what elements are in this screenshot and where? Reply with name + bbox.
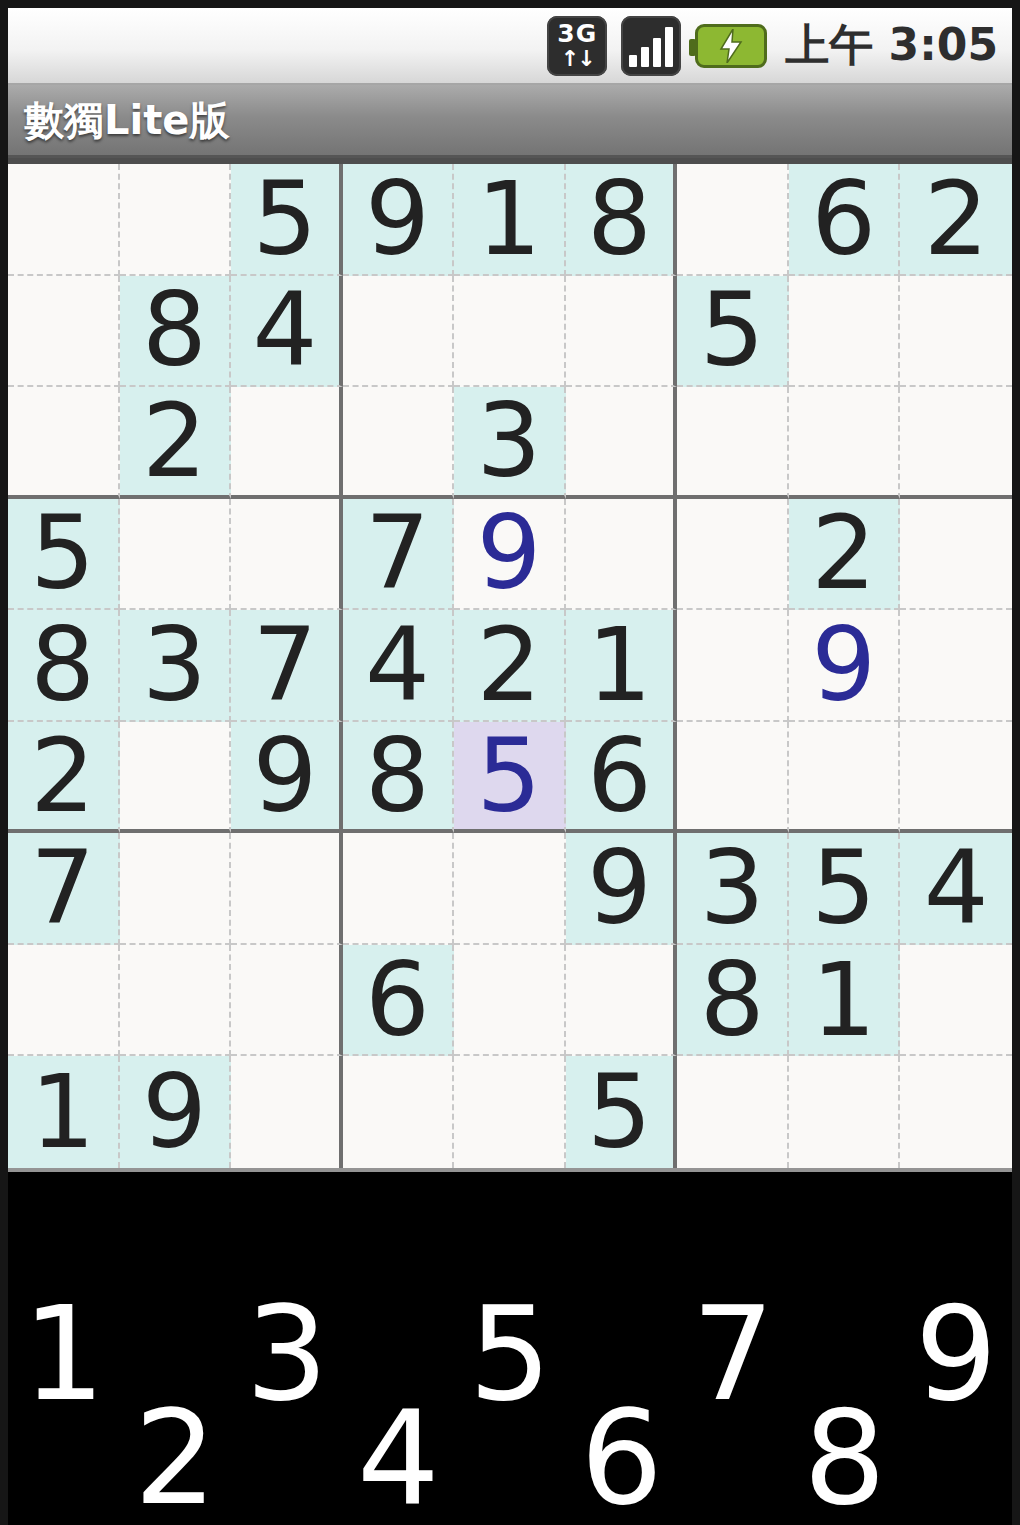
cell-r5c7[interactable] <box>677 610 789 722</box>
cell-r6c8[interactable] <box>789 722 901 834</box>
cell-r1c1[interactable] <box>8 164 120 276</box>
sudoku-board: 59186284523579283742192985679354681195 <box>8 158 1012 1172</box>
cell-r4c2[interactable] <box>120 499 232 611</box>
cell-r7c2[interactable] <box>120 833 232 945</box>
cell-r5c9[interactable] <box>900 610 1012 722</box>
cell-r3c5[interactable]: 3 <box>454 387 566 499</box>
cell-r7c6[interactable]: 9 <box>566 833 678 945</box>
cell-r2c2[interactable]: 8 <box>120 276 232 388</box>
cell-r6c3[interactable]: 9 <box>231 722 343 834</box>
cell-r7c1[interactable]: 7 <box>8 833 120 945</box>
cell-r2c5[interactable] <box>454 276 566 388</box>
cell-r9c9[interactable] <box>900 1056 1012 1168</box>
cell-r5c8[interactable]: 9 <box>789 610 901 722</box>
cell-r5c2[interactable]: 3 <box>120 610 232 722</box>
cell-r1c7[interactable] <box>677 164 789 276</box>
cell-r6c5[interactable]: 5 <box>454 722 566 834</box>
3g-label: 3G <box>557 21 597 46</box>
cell-r3c9[interactable] <box>900 387 1012 499</box>
3g-network-icon: 3G ↑↓ <box>547 16 607 76</box>
battery-charging-icon <box>695 24 767 68</box>
cell-r5c1[interactable]: 8 <box>8 610 120 722</box>
app-title: 數獨Lite版 <box>24 93 229 148</box>
cell-r3c4[interactable] <box>343 387 455 499</box>
cell-r6c2[interactable] <box>120 722 232 834</box>
cell-r4c8[interactable]: 2 <box>789 499 901 611</box>
cell-r4c1[interactable]: 5 <box>8 499 120 611</box>
numpad-row-even: 2468 <box>8 1393 1012 1523</box>
cell-r9c2[interactable]: 9 <box>120 1056 232 1168</box>
number-pad: 13579 2468 <box>8 1172 1012 1525</box>
cell-r4c3[interactable] <box>231 499 343 611</box>
cell-r5c5[interactable]: 2 <box>454 610 566 722</box>
cell-r7c8[interactable]: 5 <box>789 833 901 945</box>
cell-r3c6[interactable] <box>566 387 678 499</box>
cell-r2c6[interactable] <box>566 276 678 388</box>
cell-r9c1[interactable]: 1 <box>8 1056 120 1168</box>
cell-r8c6[interactable] <box>566 945 678 1057</box>
cell-r6c9[interactable] <box>900 722 1012 834</box>
cell-r2c9[interactable] <box>900 276 1012 388</box>
cell-r1c5[interactable]: 1 <box>454 164 566 276</box>
cell-r8c8[interactable]: 1 <box>789 945 901 1057</box>
cell-r4c5[interactable]: 9 <box>454 499 566 611</box>
cell-r4c4[interactable]: 7 <box>343 499 455 611</box>
cell-r9c6[interactable]: 5 <box>566 1056 678 1168</box>
phone-screen: 3G ↑↓ 上午 3:05 數獨Lite版 591862845235792837… <box>0 0 1020 1525</box>
cell-r9c4[interactable] <box>343 1056 455 1168</box>
cell-r8c3[interactable] <box>231 945 343 1057</box>
cell-r2c4[interactable] <box>343 276 455 388</box>
cell-r2c7[interactable]: 5 <box>677 276 789 388</box>
cell-r2c1[interactable] <box>8 276 120 388</box>
charging-bolt-icon <box>719 29 743 63</box>
numpad-6[interactable]: 6 <box>580 1393 663 1523</box>
cell-r4c9[interactable] <box>900 499 1012 611</box>
status-bar: 3G ↑↓ 上午 3:05 <box>8 8 1012 85</box>
data-arrows-icon: ↑↓ <box>561 48 594 70</box>
cell-r8c5[interactable] <box>454 945 566 1057</box>
cell-r3c2[interactable]: 2 <box>120 387 232 499</box>
cell-r5c6[interactable]: 1 <box>566 610 678 722</box>
signal-strength-icon <box>621 16 681 76</box>
cell-r1c2[interactable] <box>120 164 232 276</box>
cell-r7c3[interactable] <box>231 833 343 945</box>
cell-r1c6[interactable]: 8 <box>566 164 678 276</box>
cell-r4c6[interactable] <box>566 499 678 611</box>
cell-r3c8[interactable] <box>789 387 901 499</box>
cell-r8c4[interactable]: 6 <box>343 945 455 1057</box>
cell-r7c9[interactable]: 4 <box>900 833 1012 945</box>
cell-r1c9[interactable]: 2 <box>900 164 1012 276</box>
cell-r5c4[interactable]: 4 <box>343 610 455 722</box>
cell-r9c8[interactable] <box>789 1056 901 1168</box>
cell-r6c4[interactable]: 8 <box>343 722 455 834</box>
battery-terminal <box>689 39 696 56</box>
status-icons: 3G ↑↓ 上午 3:05 <box>547 16 1012 76</box>
cell-r1c4[interactable]: 9 <box>343 164 455 276</box>
numpad-2[interactable]: 2 <box>134 1393 217 1523</box>
cell-r7c7[interactable]: 3 <box>677 833 789 945</box>
cell-r6c6[interactable]: 6 <box>566 722 678 834</box>
cell-r1c8[interactable]: 6 <box>789 164 901 276</box>
signal-bars <box>629 25 673 67</box>
cell-r1c3[interactable]: 5 <box>231 164 343 276</box>
cell-r6c7[interactable] <box>677 722 789 834</box>
cell-r8c2[interactable] <box>120 945 232 1057</box>
cell-r8c9[interactable] <box>900 945 1012 1057</box>
cell-r3c7[interactable] <box>677 387 789 499</box>
cell-r2c3[interactable]: 4 <box>231 276 343 388</box>
cell-r3c3[interactable] <box>231 387 343 499</box>
cell-r9c7[interactable] <box>677 1056 789 1168</box>
cell-r9c3[interactable] <box>231 1056 343 1168</box>
cell-r2c8[interactable] <box>789 276 901 388</box>
clock-text: 上午 3:05 <box>781 16 998 75</box>
cell-r7c5[interactable] <box>454 833 566 945</box>
cell-r4c7[interactable] <box>677 499 789 611</box>
cell-r3c1[interactable] <box>8 387 120 499</box>
numpad-8[interactable]: 8 <box>803 1393 886 1523</box>
app-title-bar: 數獨Lite版 <box>8 85 1012 158</box>
cell-r7c4[interactable] <box>343 833 455 945</box>
cell-r8c7[interactable]: 8 <box>677 945 789 1057</box>
cell-r8c1[interactable] <box>8 945 120 1057</box>
numpad-4[interactable]: 4 <box>357 1393 440 1523</box>
cell-r5c3[interactable]: 7 <box>231 610 343 722</box>
cell-r9c5[interactable] <box>454 1056 566 1168</box>
cell-r6c1[interactable]: 2 <box>8 722 120 834</box>
